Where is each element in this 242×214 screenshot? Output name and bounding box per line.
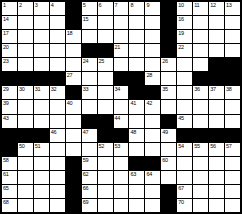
clue-number: 3 bbox=[35, 2, 38, 8]
white-cell[interactable]: 51 bbox=[34, 143, 49, 156]
clue-number: 20 bbox=[3, 44, 9, 50]
clue-number: 52 bbox=[99, 143, 105, 149]
clue-number: 61 bbox=[3, 171, 9, 177]
white-cell[interactable] bbox=[193, 16, 208, 29]
white-cell[interactable] bbox=[98, 100, 113, 113]
clue-number: 45 bbox=[178, 115, 184, 121]
white-cell[interactable] bbox=[145, 44, 160, 57]
black-cell bbox=[98, 44, 113, 57]
white-cell[interactable]: 62 bbox=[82, 171, 97, 184]
white-cell[interactable]: 23 bbox=[2, 58, 17, 71]
white-cell[interactable] bbox=[82, 72, 97, 85]
white-cell[interactable] bbox=[98, 30, 113, 43]
clue-number: 65 bbox=[3, 185, 9, 191]
black-cell bbox=[161, 44, 176, 57]
clue-number: 50 bbox=[19, 143, 25, 149]
black-cell bbox=[114, 129, 129, 142]
white-cell[interactable] bbox=[225, 30, 240, 43]
black-cell bbox=[2, 129, 17, 142]
white-cell[interactable] bbox=[225, 115, 240, 128]
clue-number: 42 bbox=[146, 100, 152, 106]
white-cell[interactable]: 5 bbox=[82, 2, 97, 15]
white-cell[interactable]: 12 bbox=[209, 2, 224, 15]
white-cell[interactable] bbox=[50, 199, 65, 212]
white-cell[interactable]: 43 bbox=[2, 115, 17, 128]
white-cell[interactable] bbox=[50, 115, 65, 128]
white-cell[interactable] bbox=[18, 115, 33, 128]
black-cell bbox=[225, 58, 240, 71]
white-cell[interactable] bbox=[114, 58, 129, 71]
clue-number: 68 bbox=[3, 199, 9, 205]
clue-number: 33 bbox=[83, 86, 89, 92]
black-cell bbox=[129, 72, 144, 85]
white-cell[interactable] bbox=[129, 199, 144, 212]
white-cell[interactable] bbox=[225, 16, 240, 29]
white-cell[interactable]: 20 bbox=[2, 44, 17, 57]
black-cell bbox=[145, 86, 160, 99]
black-cell bbox=[66, 157, 81, 170]
black-cell bbox=[98, 129, 113, 142]
white-cell[interactable] bbox=[129, 16, 144, 29]
black-cell bbox=[209, 58, 224, 71]
white-cell[interactable] bbox=[209, 157, 224, 170]
white-cell[interactable] bbox=[145, 58, 160, 71]
white-cell[interactable] bbox=[82, 143, 97, 156]
white-cell[interactable] bbox=[145, 16, 160, 29]
white-cell[interactable] bbox=[145, 199, 160, 212]
white-cell[interactable] bbox=[18, 58, 33, 71]
white-cell[interactable] bbox=[193, 115, 208, 128]
white-cell[interactable]: 64 bbox=[145, 171, 160, 184]
white-cell[interactable] bbox=[82, 100, 97, 113]
black-cell bbox=[82, 115, 97, 128]
white-cell[interactable] bbox=[98, 171, 113, 184]
clue-number: 14 bbox=[3, 16, 9, 22]
white-cell[interactable] bbox=[177, 86, 192, 99]
white-cell[interactable]: 60 bbox=[161, 157, 176, 170]
clue-number: 43 bbox=[3, 115, 9, 121]
white-cell[interactable]: 66 bbox=[82, 185, 97, 198]
white-cell[interactable] bbox=[129, 143, 144, 156]
clue-number: 25 bbox=[99, 58, 105, 64]
black-cell bbox=[161, 16, 176, 29]
white-cell[interactable] bbox=[98, 157, 113, 170]
white-cell[interactable]: 24 bbox=[82, 58, 97, 71]
white-cell[interactable]: 32 bbox=[50, 86, 65, 99]
white-cell[interactable] bbox=[209, 30, 224, 43]
crossword-grid: 1234567891011121314151617181920212223242… bbox=[0, 0, 242, 214]
white-cell[interactable]: 16 bbox=[177, 16, 192, 29]
white-cell[interactable]: 69 bbox=[82, 199, 97, 212]
black-cell bbox=[129, 157, 144, 170]
white-cell[interactable] bbox=[82, 30, 97, 43]
white-cell[interactable] bbox=[129, 30, 144, 43]
black-cell bbox=[66, 199, 81, 212]
white-cell[interactable]: 35 bbox=[161, 86, 176, 99]
white-cell[interactable] bbox=[225, 171, 240, 184]
black-cell bbox=[114, 72, 129, 85]
white-cell[interactable] bbox=[34, 16, 49, 29]
clue-number: 19 bbox=[178, 30, 184, 36]
black-cell bbox=[129, 86, 144, 99]
white-cell[interactable] bbox=[177, 157, 192, 170]
white-cell[interactable] bbox=[193, 58, 208, 71]
clue-number: 22 bbox=[178, 44, 184, 50]
clue-number: 66 bbox=[83, 185, 89, 191]
black-cell bbox=[98, 115, 113, 128]
white-cell[interactable] bbox=[50, 44, 65, 57]
black-cell bbox=[177, 129, 192, 142]
white-cell[interactable]: 29 bbox=[2, 86, 17, 99]
clue-number: 49 bbox=[162, 129, 168, 135]
clue-number: 40 bbox=[67, 100, 73, 106]
white-cell[interactable] bbox=[18, 157, 33, 170]
white-cell[interactable] bbox=[18, 44, 33, 57]
white-cell[interactable] bbox=[18, 171, 33, 184]
white-cell[interactable]: 44 bbox=[114, 115, 129, 128]
white-cell[interactable]: 31 bbox=[34, 86, 49, 99]
white-cell[interactable] bbox=[177, 72, 192, 85]
white-cell[interactable] bbox=[193, 44, 208, 57]
clue-number: 29 bbox=[3, 86, 9, 92]
white-cell[interactable]: 49 bbox=[161, 129, 176, 142]
white-cell[interactable]: 1 bbox=[2, 2, 17, 15]
clue-number: 34 bbox=[115, 86, 121, 92]
black-cell bbox=[82, 44, 97, 57]
white-cell[interactable]: 25 bbox=[98, 58, 113, 71]
clue-number: 69 bbox=[83, 199, 89, 205]
white-cell[interactable] bbox=[34, 185, 49, 198]
white-cell[interactable] bbox=[114, 185, 129, 198]
white-cell[interactable] bbox=[98, 16, 113, 29]
clue-number: 60 bbox=[162, 157, 168, 163]
black-cell bbox=[209, 72, 224, 85]
clue-number: 27 bbox=[67, 72, 73, 78]
black-cell bbox=[161, 115, 176, 128]
white-cell[interactable] bbox=[114, 171, 129, 184]
clue-number: 1 bbox=[3, 2, 6, 8]
clue-number: 31 bbox=[35, 86, 41, 92]
white-cell[interactable] bbox=[145, 115, 160, 128]
black-cell bbox=[161, 2, 176, 15]
white-cell[interactable]: 67 bbox=[177, 185, 192, 198]
clue-number: 39 bbox=[3, 100, 9, 106]
white-cell[interactable] bbox=[50, 143, 65, 156]
white-cell[interactable]: 9 bbox=[145, 2, 160, 15]
white-cell[interactable]: 27 bbox=[66, 72, 81, 85]
clue-number: 21 bbox=[115, 44, 121, 50]
white-cell[interactable]: 55 bbox=[193, 143, 208, 156]
black-cell bbox=[193, 72, 208, 85]
black-cell bbox=[34, 129, 49, 142]
white-cell[interactable]: 63 bbox=[129, 171, 144, 184]
clue-number: 13 bbox=[226, 2, 232, 8]
white-cell[interactable] bbox=[34, 157, 49, 170]
clue-number: 6 bbox=[99, 2, 102, 8]
white-cell[interactable]: 37 bbox=[209, 86, 224, 99]
white-cell[interactable] bbox=[34, 44, 49, 57]
white-cell[interactable]: 57 bbox=[225, 143, 240, 156]
clue-number: 63 bbox=[130, 171, 136, 177]
white-cell[interactable]: 45 bbox=[177, 115, 192, 128]
clue-number: 47 bbox=[83, 129, 89, 135]
white-cell[interactable] bbox=[66, 143, 81, 156]
clue-number: 44 bbox=[115, 115, 121, 121]
clue-number: 9 bbox=[146, 2, 149, 8]
white-cell[interactable] bbox=[34, 115, 49, 128]
white-cell[interactable]: 15 bbox=[82, 16, 97, 29]
white-cell[interactable] bbox=[50, 30, 65, 43]
white-cell[interactable]: 34 bbox=[114, 86, 129, 99]
white-cell[interactable] bbox=[177, 171, 192, 184]
clue-number: 67 bbox=[178, 185, 184, 191]
clue-number: 32 bbox=[51, 86, 57, 92]
black-cell bbox=[161, 185, 176, 198]
clue-number: 8 bbox=[130, 2, 133, 8]
white-cell[interactable] bbox=[145, 30, 160, 43]
white-cell[interactable] bbox=[209, 44, 224, 57]
white-cell[interactable] bbox=[193, 30, 208, 43]
white-cell[interactable] bbox=[145, 143, 160, 156]
black-cell bbox=[225, 72, 240, 85]
white-cell[interactable] bbox=[161, 143, 176, 156]
clue-number: 57 bbox=[226, 143, 232, 149]
white-cell[interactable] bbox=[177, 100, 192, 113]
white-cell[interactable] bbox=[98, 72, 113, 85]
black-cell bbox=[161, 30, 176, 43]
black-cell bbox=[18, 72, 33, 85]
white-cell[interactable] bbox=[50, 100, 65, 113]
white-cell[interactable]: 56 bbox=[209, 143, 224, 156]
clue-number: 17 bbox=[3, 30, 9, 36]
clue-number: 55 bbox=[194, 143, 200, 149]
white-cell[interactable]: 65 bbox=[2, 185, 17, 198]
white-cell[interactable] bbox=[129, 115, 144, 128]
white-cell[interactable]: 38 bbox=[225, 86, 240, 99]
white-cell[interactable] bbox=[34, 171, 49, 184]
white-cell[interactable]: 6 bbox=[98, 2, 113, 15]
clue-number: 38 bbox=[226, 86, 232, 92]
white-cell[interactable] bbox=[225, 157, 240, 170]
white-cell[interactable] bbox=[225, 44, 240, 57]
white-cell[interactable]: 54 bbox=[177, 143, 192, 156]
white-cell[interactable] bbox=[66, 58, 81, 71]
white-cell[interactable] bbox=[145, 129, 160, 142]
white-cell[interactable]: 13 bbox=[225, 2, 240, 15]
white-cell[interactable] bbox=[161, 100, 176, 113]
white-cell[interactable]: 28 bbox=[145, 72, 160, 85]
white-cell[interactable]: 42 bbox=[145, 100, 160, 113]
white-cell[interactable]: 36 bbox=[193, 86, 208, 99]
clue-number: 4 bbox=[51, 2, 54, 8]
white-cell[interactable] bbox=[114, 100, 129, 113]
clue-number: 59 bbox=[83, 157, 89, 163]
white-cell[interactable] bbox=[98, 86, 113, 99]
clue-number: 7 bbox=[115, 2, 118, 8]
white-cell[interactable]: 50 bbox=[18, 143, 33, 156]
white-cell[interactable]: 68 bbox=[2, 199, 17, 212]
clue-number: 24 bbox=[83, 58, 89, 64]
white-cell[interactable]: 46 bbox=[50, 129, 65, 142]
white-cell[interactable] bbox=[114, 199, 129, 212]
white-cell[interactable]: 40 bbox=[66, 100, 81, 113]
white-cell[interactable]: 10 bbox=[177, 2, 192, 15]
clue-number: 46 bbox=[51, 129, 57, 135]
clue-number: 18 bbox=[67, 30, 73, 36]
white-cell[interactable] bbox=[50, 16, 65, 29]
clue-number: 16 bbox=[178, 16, 184, 22]
white-cell[interactable] bbox=[34, 100, 49, 113]
white-cell[interactable] bbox=[193, 199, 208, 212]
white-cell[interactable]: 70 bbox=[177, 199, 192, 212]
clue-number: 36 bbox=[194, 86, 200, 92]
white-cell[interactable] bbox=[129, 44, 144, 57]
white-cell[interactable]: 17 bbox=[2, 30, 17, 43]
white-cell[interactable]: 2 bbox=[18, 2, 33, 15]
white-cell[interactable] bbox=[209, 185, 224, 198]
white-cell[interactable]: 39 bbox=[2, 100, 17, 113]
white-cell[interactable] bbox=[114, 30, 129, 43]
black-cell bbox=[209, 129, 224, 142]
white-cell[interactable] bbox=[193, 100, 208, 113]
white-cell[interactable] bbox=[50, 171, 65, 184]
white-cell[interactable] bbox=[98, 199, 113, 212]
clue-number: 70 bbox=[178, 199, 184, 205]
white-cell[interactable] bbox=[129, 185, 144, 198]
white-cell[interactable] bbox=[145, 185, 160, 198]
white-cell[interactable]: 21 bbox=[114, 44, 129, 57]
white-cell[interactable] bbox=[209, 199, 224, 212]
white-cell[interactable]: 26 bbox=[161, 58, 176, 71]
white-cell[interactable] bbox=[66, 129, 81, 142]
clue-number: 35 bbox=[162, 86, 168, 92]
white-cell[interactable] bbox=[18, 185, 33, 198]
clue-number: 51 bbox=[35, 143, 41, 149]
white-cell[interactable]: 58 bbox=[2, 157, 17, 170]
white-cell[interactable]: 19 bbox=[177, 30, 192, 43]
clue-number: 53 bbox=[115, 143, 121, 149]
white-cell[interactable] bbox=[161, 72, 176, 85]
white-cell[interactable] bbox=[193, 157, 208, 170]
white-cell[interactable]: 7 bbox=[114, 2, 129, 15]
white-cell[interactable]: 47 bbox=[82, 129, 97, 142]
black-cell bbox=[161, 199, 176, 212]
white-cell[interactable] bbox=[193, 171, 208, 184]
black-cell bbox=[66, 185, 81, 198]
black-cell bbox=[66, 171, 81, 184]
white-cell[interactable] bbox=[114, 16, 129, 29]
black-cell bbox=[18, 129, 33, 142]
white-cell[interactable]: 8 bbox=[129, 2, 144, 15]
white-cell[interactable] bbox=[34, 30, 49, 43]
white-cell[interactable]: 18 bbox=[66, 30, 81, 43]
clue-number: 23 bbox=[3, 58, 9, 64]
white-cell[interactable] bbox=[225, 199, 240, 212]
clue-number: 5 bbox=[83, 2, 86, 8]
black-cell bbox=[66, 16, 81, 29]
black-cell bbox=[34, 72, 49, 85]
white-cell[interactable] bbox=[129, 58, 144, 71]
black-cell bbox=[2, 72, 17, 85]
clue-number: 41 bbox=[130, 100, 136, 106]
white-cell[interactable] bbox=[34, 58, 49, 71]
black-cell bbox=[2, 143, 17, 156]
clue-number: 26 bbox=[162, 58, 168, 64]
white-cell[interactable]: 3 bbox=[34, 2, 49, 15]
white-cell[interactable] bbox=[114, 157, 129, 170]
white-cell[interactable] bbox=[177, 58, 192, 71]
crossword-board: 1234567891011121314151617181920212223242… bbox=[0, 0, 242, 214]
clue-number: 58 bbox=[3, 157, 9, 163]
white-cell[interactable] bbox=[161, 171, 176, 184]
white-cell[interactable]: 41 bbox=[129, 100, 144, 113]
white-cell[interactable] bbox=[18, 100, 33, 113]
white-cell[interactable] bbox=[50, 58, 65, 71]
clue-number: 30 bbox=[19, 86, 25, 92]
white-cell[interactable] bbox=[209, 16, 224, 29]
clue-number: 62 bbox=[83, 171, 89, 177]
clue-number: 28 bbox=[146, 72, 152, 78]
white-cell[interactable]: 53 bbox=[114, 143, 129, 156]
white-cell[interactable]: 48 bbox=[129, 129, 144, 142]
white-cell[interactable]: 61 bbox=[2, 171, 17, 184]
white-cell[interactable] bbox=[34, 199, 49, 212]
clue-number: 54 bbox=[178, 143, 184, 149]
white-cell[interactable]: 11 bbox=[193, 2, 208, 15]
white-cell[interactable] bbox=[193, 185, 208, 198]
clue-number: 64 bbox=[146, 171, 152, 177]
white-cell[interactable] bbox=[50, 185, 65, 198]
black-cell bbox=[66, 2, 81, 15]
black-cell bbox=[225, 129, 240, 142]
black-cell bbox=[193, 129, 208, 142]
white-cell[interactable]: 52 bbox=[98, 143, 113, 156]
white-cell[interactable] bbox=[18, 30, 33, 43]
white-cell[interactable] bbox=[66, 44, 81, 57]
white-cell[interactable] bbox=[209, 171, 224, 184]
clue-number: 15 bbox=[83, 16, 89, 22]
black-cell bbox=[50, 72, 65, 85]
white-cell[interactable] bbox=[225, 185, 240, 198]
white-cell[interactable] bbox=[66, 115, 81, 128]
clue-number: 37 bbox=[210, 86, 216, 92]
white-cell[interactable] bbox=[18, 199, 33, 212]
white-cell[interactable]: 14 bbox=[2, 16, 17, 29]
white-cell[interactable]: 22 bbox=[177, 44, 192, 57]
white-cell[interactable]: 4 bbox=[50, 2, 65, 15]
white-cell[interactable]: 33 bbox=[82, 86, 97, 99]
white-cell[interactable]: 30 bbox=[18, 86, 33, 99]
black-cell bbox=[145, 157, 160, 170]
white-cell[interactable] bbox=[209, 100, 224, 113]
clue-number: 12 bbox=[210, 2, 216, 8]
black-cell bbox=[66, 86, 81, 99]
white-cell[interactable] bbox=[225, 100, 240, 113]
white-cell[interactable] bbox=[98, 185, 113, 198]
clue-number: 10 bbox=[178, 2, 184, 8]
white-cell[interactable] bbox=[18, 16, 33, 29]
clue-number: 48 bbox=[130, 129, 136, 135]
white-cell[interactable] bbox=[209, 115, 224, 128]
clue-number: 56 bbox=[210, 143, 216, 149]
white-cell[interactable] bbox=[50, 157, 65, 170]
clue-number: 11 bbox=[194, 2, 199, 8]
white-cell[interactable]: 59 bbox=[82, 157, 97, 170]
clue-number: 2 bbox=[19, 2, 22, 8]
